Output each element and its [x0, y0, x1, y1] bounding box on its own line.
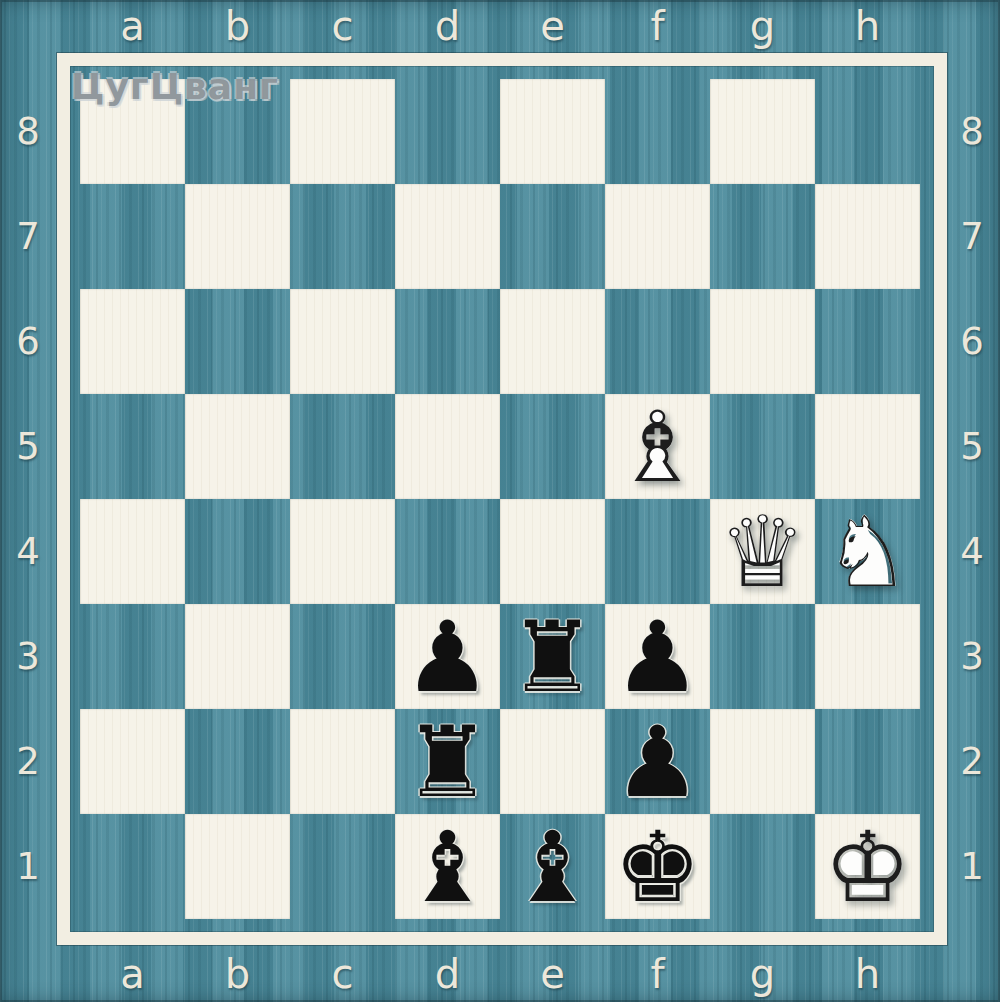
white-knight-outline: ♘ [824, 503, 912, 601]
file-label-top-a: a [80, 2, 185, 50]
black-king-f1: ♚ [605, 814, 710, 919]
file-label-top-f: f [605, 2, 710, 50]
square-f7[interactable] [605, 184, 710, 289]
square-e8[interactable] [500, 79, 605, 184]
file-label-bottom-b: b [185, 950, 290, 998]
file-label-top-h: h [815, 2, 920, 50]
square-f1[interactable]: ♚ [605, 814, 710, 919]
square-d5[interactable] [395, 394, 500, 499]
square-a4[interactable] [80, 499, 185, 604]
rank-label-right-3: 3 [952, 604, 992, 709]
file-label-bottom-e: e [500, 950, 605, 998]
rank-label-right-6: 6 [952, 289, 992, 394]
square-g6[interactable] [710, 289, 815, 394]
square-g4[interactable]: ♛♕ [710, 499, 815, 604]
square-d7[interactable] [395, 184, 500, 289]
rank-label-left-8: 8 [8, 79, 48, 184]
rank-label-left-6: 6 [8, 289, 48, 394]
file-label-bottom-f: f [605, 950, 710, 998]
rank-label-right-8: 8 [952, 79, 992, 184]
rank-label-right-1: 1 [952, 814, 992, 919]
black-king-glyph: ♚ [614, 818, 702, 916]
square-e3[interactable]: ♜ [500, 604, 605, 709]
square-c5[interactable] [290, 394, 395, 499]
square-d8[interactable] [395, 79, 500, 184]
square-a5[interactable] [80, 394, 185, 499]
square-h5[interactable] [815, 394, 920, 499]
square-e5[interactable] [500, 394, 605, 499]
rank-label-right-4: 4 [952, 499, 992, 604]
white-queen-g4: ♛♕ [710, 499, 815, 604]
white-knight-h4: ♞♘ [815, 499, 920, 604]
board-grid: ♝♗♛♕♞♘♟♜♟♜♟♝♝♚♚♔ [80, 79, 920, 919]
square-h8[interactable] [815, 79, 920, 184]
black-rook-e3: ♜ [500, 604, 605, 709]
rank-label-left-7: 7 [8, 184, 48, 289]
white-king-h1: ♚♔ [815, 814, 920, 919]
file-label-top-c: c [290, 2, 395, 50]
square-a3[interactable] [80, 604, 185, 709]
square-g2[interactable] [710, 709, 815, 814]
watermark: ЦугЦванг [71, 66, 279, 107]
square-a6[interactable] [80, 289, 185, 394]
file-label-top-b: b [185, 2, 290, 50]
square-g5[interactable] [710, 394, 815, 499]
file-label-top-e: e [500, 2, 605, 50]
square-e7[interactable] [500, 184, 605, 289]
file-label-bottom-h: h [815, 950, 920, 998]
rank-label-left-4: 4 [8, 499, 48, 604]
square-c4[interactable] [290, 499, 395, 604]
black-pawn-f2: ♟ [605, 709, 710, 814]
black-bishop-e1: ♝ [500, 814, 605, 919]
square-d2[interactable]: ♜ [395, 709, 500, 814]
square-h2[interactable] [815, 709, 920, 814]
file-label-bottom-a: a [80, 950, 185, 998]
file-label-top-d: d [395, 2, 500, 50]
black-bishop-glyph: ♝ [404, 818, 492, 916]
square-b3[interactable] [185, 604, 290, 709]
square-g8[interactable] [710, 79, 815, 184]
rank-label-right-7: 7 [952, 184, 992, 289]
white-bishop-f5: ♝♗ [605, 394, 710, 499]
square-d3[interactable]: ♟ [395, 604, 500, 709]
square-b4[interactable] [185, 499, 290, 604]
file-labels-top: abcdefgh [80, 2, 920, 50]
black-bishop-glyph: ♝ [509, 818, 597, 916]
square-d1[interactable]: ♝ [395, 814, 500, 919]
square-c7[interactable] [290, 184, 395, 289]
rank-label-left-3: 3 [8, 604, 48, 709]
square-c1[interactable] [290, 814, 395, 919]
black-bishop-d1: ♝ [395, 814, 500, 919]
rank-labels-right: 87654321 [952, 79, 992, 919]
square-c6[interactable] [290, 289, 395, 394]
square-f3[interactable]: ♟ [605, 604, 710, 709]
square-b5[interactable] [185, 394, 290, 499]
black-pawn-glyph: ♟ [614, 608, 702, 706]
square-h7[interactable] [815, 184, 920, 289]
black-rook-d2: ♜ [395, 709, 500, 814]
square-g1[interactable] [710, 814, 815, 919]
square-a7[interactable] [80, 184, 185, 289]
rank-label-right-2: 2 [952, 709, 992, 814]
file-label-bottom-g: g [710, 950, 815, 998]
file-label-bottom-c: c [290, 950, 395, 998]
rank-label-left-5: 5 [8, 394, 48, 499]
square-h3[interactable] [815, 604, 920, 709]
square-d6[interactable] [395, 289, 500, 394]
black-rook-glyph: ♜ [509, 608, 597, 706]
square-h1[interactable]: ♚♔ [815, 814, 920, 919]
square-e2[interactable] [500, 709, 605, 814]
chessboard-photo: abcdefgh abcdefgh 87654321 87654321 ♝♗♛♕… [0, 0, 1000, 1002]
black-pawn-f3: ♟ [605, 604, 710, 709]
square-b1[interactable] [185, 814, 290, 919]
file-label-bottom-d: d [395, 950, 500, 998]
file-labels-bottom: abcdefgh [80, 950, 920, 998]
square-a1[interactable] [80, 814, 185, 919]
square-h4[interactable]: ♞♘ [815, 499, 920, 604]
square-b6[interactable] [185, 289, 290, 394]
file-label-top-g: g [710, 2, 815, 50]
black-pawn-d3: ♟ [395, 604, 500, 709]
rank-label-left-2: 2 [8, 709, 48, 814]
square-h6[interactable] [815, 289, 920, 394]
square-b7[interactable] [185, 184, 290, 289]
black-pawn-glyph: ♟ [614, 713, 702, 811]
square-c2[interactable] [290, 709, 395, 814]
white-bishop-outline: ♗ [614, 398, 702, 496]
square-e6[interactable] [500, 289, 605, 394]
square-e4[interactable] [500, 499, 605, 604]
square-d4[interactable] [395, 499, 500, 604]
square-f6[interactable] [605, 289, 710, 394]
black-pawn-glyph: ♟ [404, 608, 492, 706]
square-f8[interactable] [605, 79, 710, 184]
square-b2[interactable] [185, 709, 290, 814]
square-g3[interactable] [710, 604, 815, 709]
square-a2[interactable] [80, 709, 185, 814]
rank-labels-left: 87654321 [8, 79, 48, 919]
square-e1[interactable]: ♝ [500, 814, 605, 919]
square-f4[interactable] [605, 499, 710, 604]
black-rook-glyph: ♜ [404, 713, 492, 811]
square-f2[interactable]: ♟ [605, 709, 710, 814]
white-queen-outline: ♕ [719, 503, 807, 601]
white-king-outline: ♔ [824, 818, 912, 916]
rank-label-left-1: 1 [8, 814, 48, 919]
square-f5[interactable]: ♝♗ [605, 394, 710, 499]
square-c3[interactable] [290, 604, 395, 709]
rank-label-right-5: 5 [952, 394, 992, 499]
square-c8[interactable] [290, 79, 395, 184]
square-g7[interactable] [710, 184, 815, 289]
